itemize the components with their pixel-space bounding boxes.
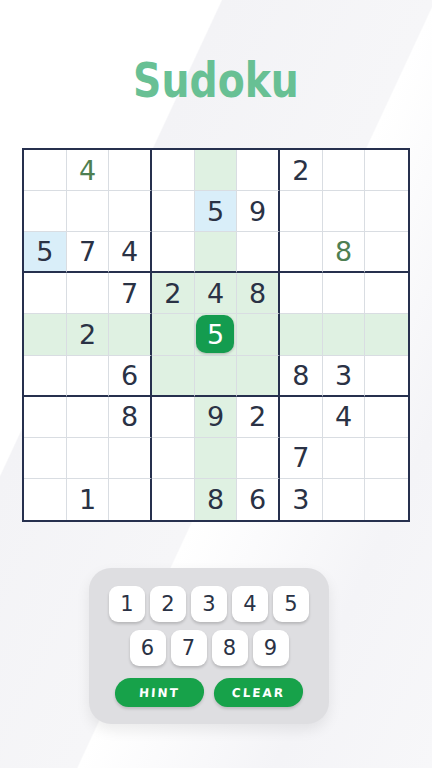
cell-r4c2[interactable] [67, 273, 110, 314]
cell-r4c1[interactable] [24, 273, 67, 314]
cell-r2c1[interactable] [24, 191, 67, 232]
cell-r1c5[interactable] [195, 150, 238, 191]
cell-r7c9[interactable] [365, 397, 408, 438]
cell-r3c7[interactable] [280, 232, 323, 273]
cell-r1c4[interactable] [152, 150, 195, 191]
cell-r2c8[interactable] [323, 191, 366, 232]
cell-digit: 5 [36, 238, 53, 265]
cell-r7c3[interactable]: 8 [109, 397, 152, 438]
cell-digit: 7 [79, 238, 96, 265]
cell-digit: 1 [79, 486, 96, 513]
cell-r2c4[interactable] [152, 191, 195, 232]
cell-r8c5[interactable] [195, 438, 238, 479]
cell-r2c2[interactable] [67, 191, 110, 232]
cell-r2c5[interactable]: 5 [195, 191, 238, 232]
cell-r5c3[interactable] [109, 314, 152, 355]
cell-r3c6[interactable] [237, 232, 280, 273]
cell-r6c4[interactable] [152, 356, 195, 397]
cell-r1c2[interactable]: 4 [67, 150, 110, 191]
keypad-key-8[interactable]: 8 [212, 630, 248, 666]
cell-digit: 9 [249, 198, 266, 225]
cell-r6c6[interactable] [237, 356, 280, 397]
cell-r5c2[interactable]: 2 [67, 314, 110, 355]
keypad-key-6[interactable]: 6 [130, 630, 166, 666]
cell-digit: 8 [121, 403, 138, 430]
cell-r4c4[interactable]: 2 [152, 273, 195, 314]
cell-digit: 4 [79, 157, 96, 184]
selected-cell-chip: 5 [196, 315, 234, 353]
cell-r6c7[interactable]: 8 [280, 356, 323, 397]
cell-r7c6[interactable]: 2 [237, 397, 280, 438]
cell-r5c6[interactable] [237, 314, 280, 355]
cell-r6c8[interactable]: 3 [323, 356, 366, 397]
app-title: Sudoku [39, 52, 393, 108]
cell-r6c3[interactable]: 6 [109, 356, 152, 397]
keypad-row-2: 6789 [130, 630, 289, 666]
hint-button[interactable]: HINT [114, 678, 205, 707]
cell-r6c2[interactable] [67, 356, 110, 397]
cell-r9c1[interactable] [24, 479, 67, 520]
cell-digit: 2 [164, 280, 181, 307]
cell-r7c7[interactable] [280, 397, 323, 438]
cell-r5c9[interactable] [365, 314, 408, 355]
cell-digit: 6 [121, 362, 138, 389]
cell-digit: 2 [79, 321, 96, 348]
cell-digit: 2 [292, 157, 309, 184]
cell-r9c8[interactable] [323, 479, 366, 520]
cell-r4c9[interactable] [365, 273, 408, 314]
cell-digit: 7 [121, 280, 138, 307]
cell-digit: 4 [207, 280, 224, 307]
cell-digit: 6 [249, 486, 266, 513]
keypad-key-5[interactable]: 5 [273, 586, 309, 622]
keypad-key-7[interactable]: 7 [171, 630, 207, 666]
cell-r8c8[interactable] [323, 438, 366, 479]
cell-digit: 3 [292, 486, 309, 513]
cell-r8c3[interactable] [109, 438, 152, 479]
cell-digit: 4 [335, 403, 352, 430]
cell-r5c1[interactable] [24, 314, 67, 355]
cell-digit: 2 [249, 403, 266, 430]
cell-r5c8[interactable] [323, 314, 366, 355]
keypad-key-3[interactable]: 3 [191, 586, 227, 622]
cell-r7c8[interactable]: 4 [323, 397, 366, 438]
cell-r7c4[interactable] [152, 397, 195, 438]
keypad-key-2[interactable]: 2 [150, 586, 186, 622]
cell-r6c1[interactable] [24, 356, 67, 397]
cell-digit: 9 [207, 403, 224, 430]
cell-r9c9[interactable] [365, 479, 408, 520]
cell-digit: 8 [207, 486, 224, 513]
cell-r3c4[interactable] [152, 232, 195, 273]
cell-r8c1[interactable] [24, 438, 67, 479]
cell-digit: 4 [121, 238, 138, 265]
clear-button[interactable]: CLEAR [213, 678, 304, 707]
cell-r3c1[interactable]: 5 [24, 232, 67, 273]
cell-r1c3[interactable] [109, 150, 152, 191]
cell-r9c4[interactable] [152, 479, 195, 520]
cell-r6c5[interactable] [195, 356, 238, 397]
cell-r4c8[interactable] [323, 273, 366, 314]
cell-digit: 7 [292, 444, 309, 471]
cell-r5c4[interactable] [152, 314, 195, 355]
cell-r2c7[interactable] [280, 191, 323, 232]
cell-r4c3[interactable]: 7 [109, 273, 152, 314]
cell-r4c7[interactable] [280, 273, 323, 314]
cell-digit: 3 [335, 362, 352, 389]
cell-r2c9[interactable] [365, 191, 408, 232]
cell-r9c7[interactable]: 3 [280, 479, 323, 520]
cell-r8c9[interactable] [365, 438, 408, 479]
cell-r8c7[interactable]: 7 [280, 438, 323, 479]
cell-r1c9[interactable] [365, 150, 408, 191]
cell-r1c8[interactable] [323, 150, 366, 191]
cell-r7c5[interactable]: 9 [195, 397, 238, 438]
keypad-panel: 12345 6789 HINT CLEAR [89, 568, 329, 724]
cell-digit: 8 [335, 238, 352, 265]
cell-r7c1[interactable] [24, 397, 67, 438]
cell-digit: 5 [207, 198, 224, 225]
cell-r9c3[interactable] [109, 479, 152, 520]
cell-r1c6[interactable] [237, 150, 280, 191]
cell-r5c7[interactable] [280, 314, 323, 355]
cell-r1c7[interactable]: 2 [280, 150, 323, 191]
keypad-buttons: HINT CLEAR [115, 678, 303, 707]
cell-r9c2[interactable]: 1 [67, 479, 110, 520]
cell-r3c9[interactable] [365, 232, 408, 273]
cell-r2c6[interactable]: 9 [237, 191, 280, 232]
cell-r6c9[interactable] [365, 356, 408, 397]
cell-r4c5[interactable]: 4 [195, 273, 238, 314]
cell-r3c5[interactable] [195, 232, 238, 273]
sudoku-board: 42595748724825683892471863 [22, 148, 410, 522]
cell-r7c2[interactable] [67, 397, 110, 438]
cell-digit: 8 [249, 280, 266, 307]
keypad-key-4[interactable]: 4 [232, 586, 268, 622]
cell-r3c8[interactable]: 8 [323, 232, 366, 273]
keypad-row-1: 12345 [109, 586, 309, 622]
keypad-key-1[interactable]: 1 [109, 586, 145, 622]
cell-r2c3[interactable] [109, 191, 152, 232]
cell-r4c6[interactable]: 8 [237, 273, 280, 314]
cell-r9c6[interactable]: 6 [237, 479, 280, 520]
cell-r8c2[interactable] [67, 438, 110, 479]
cell-digit: 8 [292, 362, 309, 389]
cell-r8c4[interactable] [152, 438, 195, 479]
cell-r1c1[interactable] [24, 150, 67, 191]
cell-r3c3[interactable]: 4 [109, 232, 152, 273]
keypad-key-9[interactable]: 9 [253, 630, 289, 666]
cell-r3c2[interactable]: 7 [67, 232, 110, 273]
cell-r8c6[interactable] [237, 438, 280, 479]
cell-r9c5[interactable]: 8 [195, 479, 238, 520]
cell-r5c5[interactable]: 5 [195, 314, 238, 355]
